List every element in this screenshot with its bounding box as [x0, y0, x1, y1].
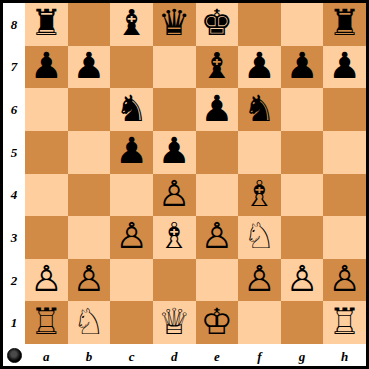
file-label-d: d [153, 344, 196, 366]
square-c1[interactable] [110, 301, 153, 344]
square-a4[interactable] [25, 174, 68, 217]
file-label-b: b [68, 344, 111, 366]
square-c5[interactable]: ♟ [110, 131, 153, 174]
square-e7[interactable]: ♝ [196, 46, 239, 89]
square-b4[interactable] [68, 174, 111, 217]
rank-labels: 87654321 [3, 3, 25, 344]
square-c6[interactable]: ♞ [110, 88, 153, 131]
square-b3[interactable] [68, 216, 111, 259]
piece-white-pawn[interactable]: ♙ [30, 259, 62, 300]
piece-white-pawn[interactable]: ♙ [286, 259, 318, 300]
piece-white-pawn[interactable]: ♙ [201, 216, 233, 257]
piece-white-pawn[interactable]: ♙ [329, 259, 361, 300]
piece-black-pawn[interactable]: ♟ [243, 46, 275, 87]
black-to-move-indicator [7, 348, 22, 363]
piece-white-pawn[interactable]: ♙ [243, 259, 275, 300]
square-a6[interactable] [25, 88, 68, 131]
square-g1[interactable] [281, 301, 324, 344]
square-c3[interactable]: ♙ [110, 216, 153, 259]
square-g8[interactable] [281, 3, 324, 46]
square-g7[interactable]: ♟ [281, 46, 324, 89]
square-b6[interactable] [68, 88, 111, 131]
square-h6[interactable] [323, 88, 366, 131]
square-d7[interactable] [153, 46, 196, 89]
piece-black-pawn[interactable]: ♟ [73, 46, 105, 87]
square-d3[interactable]: ♗ [153, 216, 196, 259]
piece-white-bishop[interactable]: ♗ [243, 174, 275, 215]
square-d8[interactable]: ♛ [153, 3, 196, 46]
square-a5[interactable] [25, 131, 68, 174]
square-f7[interactable]: ♟ [238, 46, 281, 89]
rank-label-3: 3 [3, 216, 25, 259]
square-b8[interactable] [68, 3, 111, 46]
square-d2[interactable] [153, 259, 196, 302]
file-label-h: h [323, 344, 366, 366]
piece-black-rook[interactable]: ♜ [30, 3, 62, 44]
square-c2[interactable] [110, 259, 153, 302]
piece-white-pawn[interactable]: ♙ [158, 174, 190, 215]
piece-black-pawn[interactable]: ♟ [115, 131, 147, 172]
square-g5[interactable] [281, 131, 324, 174]
piece-white-pawn[interactable]: ♙ [115, 216, 147, 257]
square-a8[interactable]: ♜ [25, 3, 68, 46]
square-b7[interactable]: ♟ [68, 46, 111, 89]
square-f3[interactable]: ♘ [238, 216, 281, 259]
piece-black-rook[interactable]: ♜ [329, 3, 361, 44]
square-g3[interactable] [281, 216, 324, 259]
chess-diagram: 87654321 ♜♝♛♚♜♟♟♝♟♟♟♞♟♞♟♟♙♗♙♗♙♘♙♙♙♙♙♖♘♕♔… [0, 0, 369, 369]
square-a1[interactable]: ♖ [25, 301, 68, 344]
file-label-a: a [25, 344, 68, 366]
square-e6[interactable]: ♟ [196, 88, 239, 131]
square-e5[interactable] [196, 131, 239, 174]
square-h1[interactable]: ♖ [323, 301, 366, 344]
piece-white-rook[interactable]: ♖ [329, 301, 361, 342]
square-f2[interactable]: ♙ [238, 259, 281, 302]
piece-white-queen[interactable]: ♕ [158, 301, 190, 342]
square-f6[interactable]: ♞ [238, 88, 281, 131]
square-h3[interactable] [323, 216, 366, 259]
piece-white-king[interactable]: ♔ [201, 301, 233, 342]
rank-label-8: 8 [3, 3, 25, 46]
square-e2[interactable] [196, 259, 239, 302]
piece-black-knight[interactable]: ♞ [115, 88, 147, 129]
piece-black-pawn[interactable]: ♟ [201, 88, 233, 129]
file-labels: abcdefgh [25, 344, 366, 366]
square-d1[interactable]: ♕ [153, 301, 196, 344]
piece-white-knight[interactable]: ♘ [73, 301, 105, 342]
square-f8[interactable] [238, 3, 281, 46]
square-d5[interactable]: ♟ [153, 131, 196, 174]
square-f1[interactable] [238, 301, 281, 344]
square-h2[interactable]: ♙ [323, 259, 366, 302]
chess-board: ♜♝♛♚♜♟♟♝♟♟♟♞♟♞♟♟♙♗♙♗♙♘♙♙♙♙♙♖♘♕♔♖ [25, 3, 366, 344]
square-e8[interactable]: ♚ [196, 3, 239, 46]
square-g6[interactable] [281, 88, 324, 131]
square-g4[interactable] [281, 174, 324, 217]
piece-black-queen[interactable]: ♛ [158, 3, 190, 44]
rank-label-6: 6 [3, 88, 25, 131]
corner-cell [3, 344, 25, 366]
file-label-f: f [238, 344, 281, 366]
file-label-g: g [281, 344, 324, 366]
square-d6[interactable] [153, 88, 196, 131]
square-c8[interactable]: ♝ [110, 3, 153, 46]
piece-white-knight[interactable]: ♘ [243, 216, 275, 257]
rank-label-7: 7 [3, 46, 25, 89]
square-e4[interactable] [196, 174, 239, 217]
square-c7[interactable] [110, 46, 153, 89]
rank-label-5: 5 [3, 131, 25, 174]
square-a2[interactable]: ♙ [25, 259, 68, 302]
square-g2[interactable]: ♙ [281, 259, 324, 302]
square-f4[interactable]: ♗ [238, 174, 281, 217]
square-h5[interactable] [323, 131, 366, 174]
piece-black-bishop[interactable]: ♝ [115, 3, 147, 44]
square-f5[interactable] [238, 131, 281, 174]
square-b2[interactable]: ♙ [68, 259, 111, 302]
square-e1[interactable]: ♔ [196, 301, 239, 344]
square-b1[interactable]: ♘ [68, 301, 111, 344]
square-b5[interactable] [68, 131, 111, 174]
rank-label-4: 4 [3, 174, 25, 217]
square-h4[interactable] [323, 174, 366, 217]
square-a7[interactable]: ♟ [25, 46, 68, 89]
square-h7[interactable]: ♟ [323, 46, 366, 89]
rank-label-1: 1 [3, 301, 25, 344]
file-label-c: c [110, 344, 153, 366]
square-d4[interactable]: ♙ [153, 174, 196, 217]
piece-white-bishop[interactable]: ♗ [158, 216, 190, 257]
square-a3[interactable] [25, 216, 68, 259]
piece-black-knight[interactable]: ♞ [243, 88, 275, 129]
piece-white-rook[interactable]: ♖ [30, 301, 62, 342]
square-c4[interactable] [110, 174, 153, 217]
piece-black-pawn[interactable]: ♟ [30, 46, 62, 87]
piece-white-pawn[interactable]: ♙ [73, 259, 105, 300]
piece-black-pawn[interactable]: ♟ [329, 46, 361, 87]
piece-black-pawn[interactable]: ♟ [158, 131, 190, 172]
piece-black-king[interactable]: ♚ [201, 3, 233, 44]
rank-label-2: 2 [3, 259, 25, 302]
file-label-e: e [196, 344, 239, 366]
square-e3[interactable]: ♙ [196, 216, 239, 259]
square-h8[interactable]: ♜ [323, 3, 366, 46]
piece-black-pawn[interactable]: ♟ [286, 46, 318, 87]
piece-black-bishop[interactable]: ♝ [201, 46, 233, 87]
